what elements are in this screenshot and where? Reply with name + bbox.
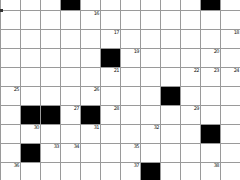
cell-r5-c10[interactable]: 22: [181, 68, 200, 86]
clue-number: 22: [194, 68, 199, 73]
clue-number: 26: [94, 87, 99, 92]
clue-number: 27: [74, 106, 79, 111]
cell-r7-c8[interactable]: [141, 106, 160, 124]
cell-r1-c3[interactable]: [41, 0, 60, 10]
cell-r7-c5-black: [81, 106, 100, 124]
cell-r2-c4[interactable]: [61, 11, 80, 29]
cell-r8-c11-black: [201, 125, 220, 143]
cell-r2-c6[interactable]: [101, 11, 120, 29]
cell-r5-c6[interactable]: 21: [101, 68, 120, 86]
cell-r10-c2[interactable]: [21, 163, 40, 180]
cell-r10-c3[interactable]: [41, 163, 60, 180]
cell-r9-c2-black: [21, 144, 40, 162]
cell-r6-c2[interactable]: [21, 87, 40, 105]
cell-r10-c10[interactable]: [181, 163, 200, 180]
cell-r4-c5[interactable]: [81, 49, 100, 67]
cell-r6-c9-black: [161, 87, 180, 105]
edge-artifact-mark: [0, 9, 3, 12]
cell-r1-c12[interactable]: [221, 0, 240, 10]
clue-number: 21: [114, 68, 119, 73]
cell-r3-c10[interactable]: [181, 30, 200, 48]
cell-r6-c12[interactable]: [221, 87, 240, 105]
clue-number: 32: [154, 125, 159, 130]
cell-r5-c11[interactable]: 23: [201, 68, 220, 86]
cell-r9-c11[interactable]: [201, 144, 220, 162]
cell-r7-c4[interactable]: 27: [61, 106, 80, 124]
cell-r3-c9[interactable]: [161, 30, 180, 48]
clue-number: 30: [34, 125, 39, 130]
cell-r2-c8[interactable]: [141, 11, 160, 29]
cell-r10-c4[interactable]: [61, 163, 80, 180]
crossword-screenshot: 1617181920212223242526272829303132333435…: [0, 0, 240, 180]
cell-r8-c3[interactable]: [41, 125, 60, 143]
cell-r2-c9[interactable]: [161, 11, 180, 29]
cell-r7-c11[interactable]: [201, 106, 220, 124]
cell-r9-c3[interactable]: 33: [41, 144, 60, 162]
cell-r7-c10[interactable]: 29: [181, 106, 200, 124]
cell-r9-c6[interactable]: [101, 144, 120, 162]
cell-r7-c12[interactable]: [221, 106, 240, 124]
cell-r6-c6[interactable]: [101, 87, 120, 105]
cell-r2-c2[interactable]: [21, 11, 40, 29]
cell-r8-c7[interactable]: [121, 125, 140, 143]
cell-r6-c8[interactable]: [141, 87, 160, 105]
cell-r5-c8[interactable]: [141, 68, 160, 86]
cell-r3-c4[interactable]: [61, 30, 80, 48]
cell-r8-c4[interactable]: [61, 125, 80, 143]
clue-number: 36: [14, 163, 19, 168]
cell-r3-c7[interactable]: [121, 30, 140, 48]
cell-r8-c6[interactable]: [101, 125, 120, 143]
cell-r5-c9[interactable]: [161, 68, 180, 86]
clue-number: 20: [214, 49, 219, 54]
cell-r1-c4-black: [61, 0, 80, 10]
cell-r10-c1[interactable]: 36: [1, 163, 20, 180]
cell-r3-c3[interactable]: [41, 30, 60, 48]
clue-number: 31: [94, 125, 99, 130]
cell-r4-c4[interactable]: [61, 49, 80, 67]
cell-r4-c1[interactable]: [1, 49, 20, 67]
clue-number: 35: [134, 144, 139, 149]
cell-r10-c9[interactable]: [161, 163, 180, 180]
cell-r4-c8[interactable]: [141, 49, 160, 67]
clue-number: 23: [214, 68, 219, 73]
cell-r10-c7[interactable]: 37: [121, 163, 140, 180]
cell-r7-c7[interactable]: [121, 106, 140, 124]
cell-r1-c10[interactable]: [181, 0, 200, 10]
cell-r6-c4[interactable]: [61, 87, 80, 105]
cell-r9-c7[interactable]: 35: [121, 144, 140, 162]
cell-r6-c10[interactable]: [181, 87, 200, 105]
cell-r2-c5[interactable]: 16: [81, 11, 100, 29]
cell-r6-c11[interactable]: [201, 87, 220, 105]
cell-r3-c1[interactable]: [1, 30, 20, 48]
cell-r7-c2-black: [21, 106, 40, 124]
cell-r4-c11[interactable]: 20: [201, 49, 220, 67]
cell-r9-c4[interactable]: 34: [61, 144, 80, 162]
cell-r10-c8-black: [141, 163, 160, 180]
cell-r5-c1[interactable]: [1, 68, 20, 86]
cell-r7-c9[interactable]: [161, 106, 180, 124]
cell-r1-c2[interactable]: [21, 0, 40, 10]
cell-r4-c12[interactable]: [221, 49, 240, 67]
cell-r2-c1[interactable]: [1, 11, 20, 29]
cell-r9-c12[interactable]: [221, 144, 240, 162]
clue-number: 18: [234, 30, 239, 35]
cell-r4-c3[interactable]: [41, 49, 60, 67]
cell-r7-c6[interactable]: 28: [101, 106, 120, 124]
cell-r2-c3[interactable]: [41, 11, 60, 29]
cell-r8-c10[interactable]: [181, 125, 200, 143]
cell-r5-c5[interactable]: [81, 68, 100, 86]
cell-r8-c12[interactable]: [221, 125, 240, 143]
clue-number: 25: [14, 87, 19, 92]
cell-r1-c1[interactable]: [1, 0, 20, 10]
cell-r5-c3[interactable]: [41, 68, 60, 86]
cell-r1-c5[interactable]: [81, 0, 100, 10]
clue-number: 16: [94, 11, 99, 16]
cell-r8-c8[interactable]: 32: [141, 125, 160, 143]
cell-r8-c5[interactable]: 31: [81, 125, 100, 143]
cell-r9-c1[interactable]: [1, 144, 20, 162]
cell-r2-c7[interactable]: [121, 11, 140, 29]
cell-r1-c6[interactable]: [101, 0, 120, 10]
clue-number: 19: [134, 49, 139, 54]
cell-r9-c9[interactable]: [161, 144, 180, 162]
clue-number: 38: [214, 163, 219, 168]
cell-r7-c1[interactable]: [1, 106, 20, 124]
cell-r4-c7[interactable]: 19: [121, 49, 140, 67]
cell-r3-c8[interactable]: [141, 30, 160, 48]
cell-r4-c2[interactable]: [21, 49, 40, 67]
cell-r5-c2[interactable]: [21, 68, 40, 86]
cell-r2-c12[interactable]: [221, 11, 240, 29]
cell-r3-c5[interactable]: [81, 30, 100, 48]
cell-r10-c5[interactable]: [81, 163, 100, 180]
cell-r5-c12[interactable]: 24: [221, 68, 240, 86]
cell-r4-c9[interactable]: [161, 49, 180, 67]
cell-r10-c11[interactable]: 38: [201, 163, 220, 180]
crossword-grid: 1617181920212223242526272829303132333435…: [0, 0, 240, 180]
cell-r3-c12[interactable]: 18: [221, 30, 240, 48]
cell-r6-c3[interactable]: [41, 87, 60, 105]
cell-r5-c7[interactable]: [121, 68, 140, 86]
cell-r1-c11-black: [201, 0, 220, 10]
cell-r4-c6-black: [101, 49, 120, 67]
cell-r8-c1[interactable]: [1, 125, 20, 143]
cell-r9-c5[interactable]: [81, 144, 100, 162]
cell-r2-c10[interactable]: [181, 11, 200, 29]
cell-r4-c10[interactable]: [181, 49, 200, 67]
cell-r8-c2[interactable]: 30: [21, 125, 40, 143]
clue-number: 34: [74, 144, 79, 149]
cell-r10-c6[interactable]: [101, 163, 120, 180]
clue-number: 17: [114, 30, 119, 35]
clue-number: 33: [54, 144, 59, 149]
clue-number: 28: [114, 106, 119, 111]
cell-r3-c11[interactable]: [201, 30, 220, 48]
cell-r1-c7[interactable]: [121, 0, 140, 10]
cell-r2-c11[interactable]: [201, 11, 220, 29]
cell-r5-c4[interactable]: [61, 68, 80, 86]
cell-r9-c10[interactable]: [181, 144, 200, 162]
clue-number: 37: [134, 163, 139, 168]
cell-r6-c7[interactable]: [121, 87, 140, 105]
cell-r8-c9[interactable]: [161, 125, 180, 143]
cell-r6-c1[interactable]: 25: [1, 87, 20, 105]
cell-r9-c8[interactable]: [141, 144, 160, 162]
cell-r3-c2[interactable]: [21, 30, 40, 48]
cell-r7-c3-black: [41, 106, 60, 124]
cell-r1-c9[interactable]: [161, 0, 180, 10]
clue-number: 24: [234, 68, 239, 73]
cell-r10-c12[interactable]: [221, 163, 240, 180]
cell-r1-c8[interactable]: [141, 0, 160, 10]
cell-r3-c6[interactable]: 17: [101, 30, 120, 48]
clue-number: 29: [194, 106, 199, 111]
cell-r6-c5[interactable]: 26: [81, 87, 100, 105]
